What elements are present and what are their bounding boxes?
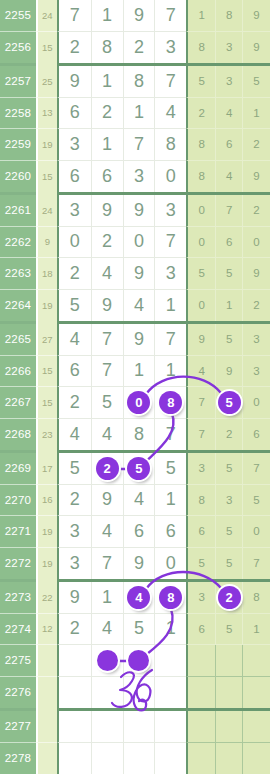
extra-digit-cell: 6 [215, 227, 242, 259]
digit-cell: 2 [57, 485, 91, 517]
extra-digit-cell: 9 [242, 0, 270, 32]
sum-value: 19 [36, 129, 57, 161]
draw-number: 2266 [0, 356, 36, 388]
sum-value [36, 743, 57, 774]
circled-digit: 8 [159, 586, 182, 609]
chart-row: 2269175255357 [0, 453, 270, 485]
digit-cell [123, 677, 155, 709]
digit-cell: 2 [57, 614, 91, 646]
chart-row: 2260156630849 [0, 161, 270, 193]
digit-cell: 3 [154, 32, 186, 64]
extra-digit-cell [186, 677, 215, 709]
digit-cell: 2 [57, 32, 91, 64]
extra-digit-cell [215, 645, 242, 677]
sum-value: 19 [36, 516, 57, 548]
digit-cell: 1 [154, 356, 186, 388]
extra-digit-cell: 1 [242, 98, 270, 130]
digit-cell: 8 [154, 387, 186, 419]
draw-number: 2260 [0, 161, 36, 193]
extra-digit-cell: 0 [186, 195, 215, 227]
draw-number: 2274 [0, 614, 36, 646]
sum-value: 22 [36, 582, 57, 614]
digit-cell: 7 [91, 548, 123, 580]
digit-cell: 1 [91, 66, 123, 98]
extra-digit-cell: 7 [242, 453, 270, 485]
digit-cell: 8 [123, 66, 155, 98]
digit-cell [123, 645, 155, 677]
extra-digit-cell: 2 [215, 419, 242, 451]
digit-cell: 3 [57, 516, 91, 548]
circled-digit: 5 [218, 391, 241, 414]
extra-digit-cell [215, 677, 242, 709]
draw-number: 2268 [0, 419, 36, 451]
digit-cell [91, 645, 123, 677]
digit-cell: 1 [154, 290, 186, 322]
chart-row: 226290207060 [0, 227, 270, 259]
digit-cell: 7 [154, 227, 186, 259]
extra-digit-cell: 8 [186, 161, 215, 193]
extra-digit-cell: 5 [215, 516, 242, 548]
digit-cell: 9 [123, 324, 155, 356]
extra-digit-cell: 9 [215, 356, 242, 388]
extra-digit-cell: 1 [242, 614, 270, 646]
digit-cell: 3 [57, 195, 91, 227]
extra-digit-cell: 3 [186, 582, 215, 614]
digit-cell: 4 [57, 419, 91, 451]
digit-cell: 1 [91, 129, 123, 161]
digit-cell: 5 [123, 614, 155, 646]
sum-value: 24 [36, 195, 57, 227]
digit-cell [91, 711, 123, 743]
draw-number: 2259 [0, 129, 36, 161]
digit-cell [91, 743, 123, 774]
extra-digit-cell: 0 [186, 227, 215, 259]
draw-number: 2270 [0, 485, 36, 517]
chart-row: 2259193178862 [0, 129, 270, 161]
digit-cell: 7 [91, 356, 123, 388]
draw-number: 2269 [0, 453, 36, 485]
chart-row: 2263182493559 [0, 258, 270, 290]
digit-cell: 2 [57, 258, 91, 290]
digit-cell: 4 [91, 516, 123, 548]
digit-cell: 0 [57, 227, 91, 259]
digit-cell: 7 [154, 419, 186, 451]
extra-digit-cell: 6 [186, 614, 215, 646]
extra-digit-cell: 2 [242, 195, 270, 227]
digit-cell: 5 [91, 387, 123, 419]
digit-cell: 3 [123, 161, 155, 193]
digit-cell: 5 [57, 290, 91, 322]
extra-digit-cell: 3 [215, 485, 242, 517]
digit-cell: 8 [154, 582, 186, 614]
chart-row: 2270162941835 [0, 485, 270, 517]
sum-value: 23 [36, 419, 57, 451]
chart-row: 2277 [0, 711, 270, 743]
sum-value: 18 [36, 258, 57, 290]
chart-rows-container: 2255247197189225615282383922572591875352… [0, 0, 270, 774]
digit-cell: 9 [91, 195, 123, 227]
digit-cell [123, 711, 155, 743]
draw-number: 2277 [0, 711, 36, 743]
digit-cell: 0 [123, 227, 155, 259]
digit-cell: 0 [154, 548, 186, 580]
sum-value: 17 [36, 453, 57, 485]
digit-cell: 7 [91, 324, 123, 356]
digit-cell [154, 711, 186, 743]
sum-value: 19 [36, 290, 57, 322]
digit-cell [154, 677, 186, 709]
extra-digit-cell: 8 [215, 0, 242, 32]
digit-cell: 7 [154, 66, 186, 98]
draw-number: 2275 [0, 645, 36, 677]
chart-row: 2274122451651 [0, 614, 270, 646]
extra-digit-cell [215, 711, 242, 743]
draw-number: 2272 [0, 548, 36, 580]
digit-cell: 7 [154, 0, 186, 32]
chart-row: 2271193466650 [0, 516, 270, 548]
extra-digit-cell: 1 [186, 0, 215, 32]
digit-cell: 9 [123, 258, 155, 290]
sum-value: 25 [36, 66, 57, 98]
circled-digit: 5 [127, 457, 150, 480]
chart-row: 2258136214241 [0, 98, 270, 130]
extra-digit-cell: 7 [242, 548, 270, 580]
draw-number: 2276 [0, 677, 36, 709]
draw-number: 2255 [0, 0, 36, 32]
extra-digit-cell: 4 [186, 356, 215, 388]
digit-cell: 9 [123, 0, 155, 32]
chart-row: 2265274797953 [0, 324, 270, 356]
digit-cell: 9 [91, 485, 123, 517]
digit-cell: 1 [154, 614, 186, 646]
extra-digit-cell: 8 [186, 485, 215, 517]
digit-cell: 8 [123, 419, 155, 451]
draw-number: 2278 [0, 743, 36, 774]
draw-number: 2263 [0, 258, 36, 290]
extra-digit-cell: 3 [186, 453, 215, 485]
extra-digit-cell: 4 [215, 98, 242, 130]
extra-digit-cell: 0 [242, 516, 270, 548]
extra-digit-cell: 2 [215, 582, 242, 614]
digit-cell: 9 [91, 290, 123, 322]
extra-digit-cell: 1 [215, 290, 242, 322]
extra-digit-cell: 5 [242, 485, 270, 517]
digit-cell: 0 [154, 161, 186, 193]
extra-digit-cell: 2 [242, 290, 270, 322]
chart-row: 2255247197189 [0, 0, 270, 32]
draw-number: 2265 [0, 324, 36, 356]
sum-value: 15 [36, 32, 57, 64]
extra-digit-cell: 2 [242, 129, 270, 161]
digit-cell: 2 [123, 32, 155, 64]
chart-row: 2276 [0, 677, 270, 709]
digit-cell: 4 [91, 614, 123, 646]
digit-cell: 5 [123, 453, 155, 485]
extra-digit-cell: 0 [242, 227, 270, 259]
draw-number: 2267 [0, 387, 36, 419]
digit-cell: 5 [57, 453, 91, 485]
digit-cell: 9 [123, 195, 155, 227]
extra-digit-cell: 3 [215, 32, 242, 64]
sum-value [36, 711, 57, 743]
chart-row: 2267152508750 [0, 387, 270, 419]
digit-cell: 1 [91, 0, 123, 32]
digit-cell [154, 645, 186, 677]
digit-cell: 2 [57, 387, 91, 419]
sum-value: 24 [36, 0, 57, 32]
chart-row: 2268234487726 [0, 419, 270, 451]
sum-value: 15 [36, 387, 57, 419]
extra-digit-cell: 3 [242, 324, 270, 356]
sum-value [36, 645, 57, 677]
extra-digit-cell [242, 743, 270, 774]
digit-cell: 7 [154, 324, 186, 356]
digit-cell: 1 [154, 485, 186, 517]
sum-value: 12 [36, 614, 57, 646]
extra-digit-cell: 5 [186, 66, 215, 98]
extra-digit-cell: 5 [186, 258, 215, 290]
extra-digit-cell: 3 [242, 356, 270, 388]
sum-value: 13 [36, 98, 57, 130]
circled-digit: 8 [159, 391, 182, 414]
extra-digit-cell [215, 743, 242, 774]
digit-cell [57, 711, 91, 743]
sum-value: 27 [36, 324, 57, 356]
extra-digit-cell: 5 [186, 548, 215, 580]
digit-cell [57, 677, 91, 709]
digit-cell: 2 [91, 227, 123, 259]
extra-digit-cell: 6 [242, 419, 270, 451]
digit-cell: 7 [57, 0, 91, 32]
digit-cell [57, 743, 91, 774]
digit-cell: 4 [123, 485, 155, 517]
circled-digit: 4 [127, 586, 150, 609]
extra-digit-cell: 8 [242, 582, 270, 614]
digit-cell: 4 [123, 582, 155, 614]
extra-digit-cell: 7 [186, 419, 215, 451]
digit-cell: 1 [123, 98, 155, 130]
digit-cell: 6 [154, 516, 186, 548]
digit-cell: 6 [123, 516, 155, 548]
digit-cell [91, 677, 123, 709]
extra-digit-cell: 0 [242, 387, 270, 419]
draw-number: 2262 [0, 227, 36, 259]
extra-digit-cell: 3 [215, 66, 242, 98]
digit-cell: 3 [57, 548, 91, 580]
marker-dot [128, 650, 149, 671]
draw-number: 2258 [0, 98, 36, 130]
extra-digit-cell: 6 [215, 129, 242, 161]
extra-digit-cell: 9 [242, 161, 270, 193]
extra-digit-cell: 0 [186, 290, 215, 322]
digit-cell: 5 [154, 453, 186, 485]
chart-row: 2256152823839 [0, 32, 270, 64]
circled-digit: 0 [127, 391, 150, 414]
sum-value: 15 [36, 356, 57, 388]
extra-digit-cell: 7 [186, 387, 215, 419]
digit-cell: 3 [154, 195, 186, 227]
digit-cell: 4 [57, 324, 91, 356]
extra-digit-cell: 5 [215, 258, 242, 290]
extra-digit-cell [186, 711, 215, 743]
lottery-trend-chart-board: 2255247197189225615282383922572591875352… [0, 0, 270, 774]
digit-cell: 2 [91, 98, 123, 130]
digit-cell: 0 [123, 387, 155, 419]
extra-digit-cell: 8 [186, 32, 215, 64]
digit-cell: 9 [123, 548, 155, 580]
digit-cell: 1 [123, 356, 155, 388]
extra-digit-cell: 4 [215, 161, 242, 193]
digit-cell: 9 [57, 66, 91, 98]
extra-digit-cell: 5 [215, 387, 242, 419]
digit-cell: 6 [57, 98, 91, 130]
draw-number: 2264 [0, 290, 36, 322]
extra-digit-cell: 5 [215, 548, 242, 580]
digit-cell: 3 [57, 129, 91, 161]
draw-number: 2256 [0, 32, 36, 64]
draw-number: 2273 [0, 582, 36, 614]
digit-cell: 8 [154, 129, 186, 161]
digit-cell: 4 [91, 258, 123, 290]
draw-number: 2257 [0, 66, 36, 98]
extra-digit-cell: 2 [186, 98, 215, 130]
chart-row: 2272193790557 [0, 548, 270, 580]
digit-cell: 4 [91, 419, 123, 451]
digit-cell: 6 [57, 356, 91, 388]
digit-cell: 4 [123, 290, 155, 322]
digit-cell: 8 [91, 32, 123, 64]
extra-digit-cell: 7 [215, 195, 242, 227]
extra-digit-cell: 9 [242, 32, 270, 64]
chart-row: 2264195941012 [0, 290, 270, 322]
extra-digit-cell: 9 [242, 258, 270, 290]
extra-digit-cell: 8 [186, 129, 215, 161]
sum-value: 19 [36, 548, 57, 580]
digit-cell: 3 [154, 258, 186, 290]
digit-cell [57, 645, 91, 677]
extra-digit-cell [186, 645, 215, 677]
chart-row: 2278 [0, 743, 270, 774]
extra-digit-cell: 5 [242, 66, 270, 98]
digit-cell: 1 [91, 582, 123, 614]
draw-number: 2261 [0, 195, 36, 227]
digit-cell [154, 743, 186, 774]
sum-value: 15 [36, 161, 57, 193]
extra-digit-cell [242, 711, 270, 743]
digit-cell: 2 [91, 453, 123, 485]
digit-cell: 4 [154, 98, 186, 130]
chart-row: 2273229148328 [0, 582, 270, 614]
chart-row: 2261243993072 [0, 195, 270, 227]
digit-cell: 7 [123, 129, 155, 161]
chart-row: 2275 [0, 645, 270, 677]
draw-number: 2271 [0, 516, 36, 548]
chart-row: 2266156711493 [0, 356, 270, 388]
marker-dot [97, 650, 118, 671]
digit-cell: 6 [57, 161, 91, 193]
extra-digit-cell [242, 677, 270, 709]
circled-digit: 2 [218, 586, 241, 609]
sum-value: 16 [36, 485, 57, 517]
extra-digit-cell [242, 645, 270, 677]
extra-digit-cell [186, 743, 215, 774]
extra-digit-cell: 6 [186, 516, 215, 548]
circled-digit: 2 [96, 457, 119, 480]
extra-digit-cell: 5 [215, 614, 242, 646]
extra-digit-cell: 5 [215, 453, 242, 485]
digit-cell: 6 [91, 161, 123, 193]
sum-value [36, 677, 57, 709]
digit-cell [123, 743, 155, 774]
digit-cell: 9 [57, 582, 91, 614]
chart-row: 2257259187535 [0, 66, 270, 98]
extra-digit-cell: 9 [186, 324, 215, 356]
extra-digit-cell: 5 [215, 324, 242, 356]
sum-value: 9 [36, 227, 57, 259]
